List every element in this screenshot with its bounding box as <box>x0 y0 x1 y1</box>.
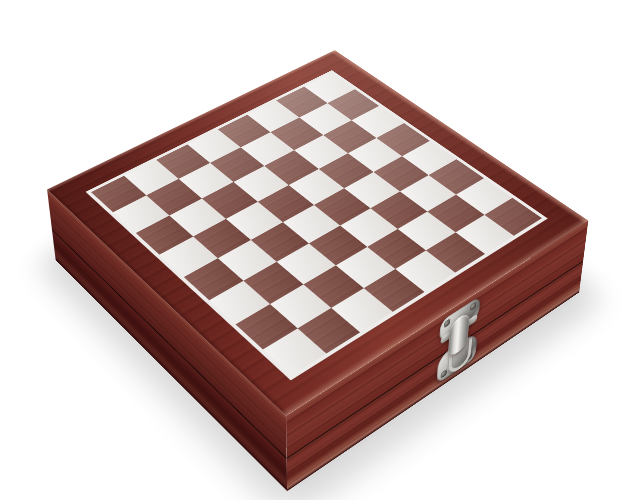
scene-3d <box>0 0 628 500</box>
product-photo-stage <box>0 0 628 500</box>
board-square <box>277 243 336 284</box>
board-square <box>159 237 217 278</box>
board-square <box>309 226 367 266</box>
board-square <box>270 284 331 328</box>
board-square <box>209 281 270 325</box>
latch-screw <box>470 301 477 311</box>
board-square <box>456 215 514 254</box>
board-square <box>426 232 485 272</box>
board-square <box>283 205 340 243</box>
board-square <box>398 212 456 251</box>
board-square <box>226 202 283 240</box>
board-square <box>367 229 426 269</box>
latch-screw <box>441 369 447 379</box>
latch-screw <box>444 318 451 328</box>
board-square <box>364 269 425 312</box>
board-square <box>263 328 326 375</box>
board-square <box>331 288 393 332</box>
box-lid-top <box>47 50 588 416</box>
chess-gift-box <box>47 50 588 416</box>
board-square <box>193 219 251 258</box>
board-square <box>340 208 398 247</box>
board-square <box>184 258 244 300</box>
board-square <box>303 265 363 308</box>
board-square <box>236 304 298 349</box>
board-square <box>218 240 277 281</box>
board-square <box>251 222 309 262</box>
board-square <box>136 216 193 255</box>
board-square <box>243 262 303 304</box>
board-square <box>395 250 455 292</box>
board-square <box>298 308 360 354</box>
board-square <box>336 247 396 288</box>
